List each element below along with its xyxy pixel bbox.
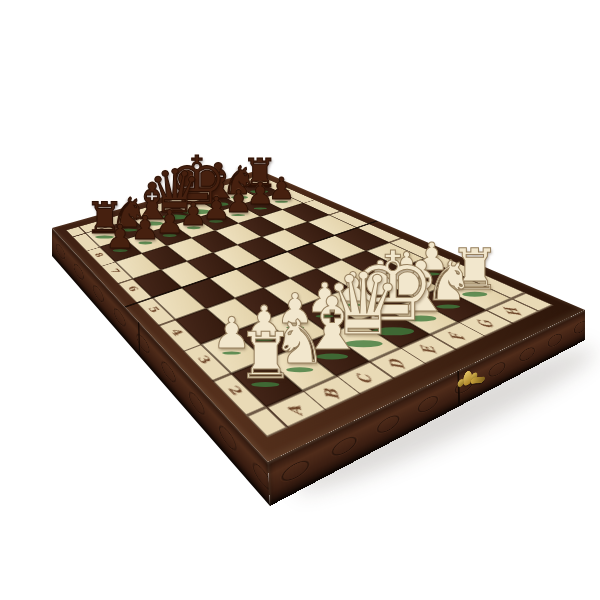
clasp-hook (470, 376, 486, 384)
clasp-wing (458, 378, 465, 388)
fold-seam-left-rail (138, 321, 140, 357)
board-squares (86, 183, 512, 407)
chess-set-photo: 87654321 ABCDEFGH ♜♞♟♝♟♚♟♛♟♝♟♞♟♜♟♟♟♟♟♜♟♞… (0, 0, 600, 600)
